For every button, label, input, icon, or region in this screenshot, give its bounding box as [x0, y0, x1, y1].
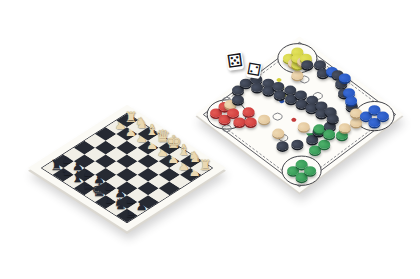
board-games-photo: ♜♟♟♜♞♟♟♞♝♟♟♝♛♟♟♛♚♟♟♚♝♟♟♝♞♟♟♞♜♟♟♜ ⚄⚁	[0, 0, 420, 279]
die-showing-2: ⚁	[246, 61, 262, 79]
chess-board: ♜♟♟♜♞♟♟♞♝♟♟♝♛♟♟♛♚♟♟♚♝♟♟♝♞♟♟♞♜♟♟♜	[28, 105, 226, 232]
ludo-chip-dark	[274, 139, 291, 152]
ludo-start-circle	[271, 112, 285, 123]
die-showing-5: ⚄	[226, 51, 244, 71]
chess-piece-R: ♜	[198, 158, 213, 172]
ludo-chip-dark	[289, 138, 306, 151]
chess-board-surface: ♜♟♟♜♞♟♟♞♝♟♟♝♛♟♟♛♚♟♟♚♝♟♟♝♞♟♟♞♜♟♟♜	[28, 105, 226, 232]
ludo-home-green	[273, 149, 330, 191]
chess-grid: ♜♟♟♜♞♟♟♞♝♟♟♝♛♟♟♛♚♟♟♚♝♟♟♝♞♟♟♞♜♟♟♜	[41, 113, 214, 223]
ludo-red-dot	[291, 117, 298, 122]
ludo-chip-wood	[256, 113, 273, 126]
